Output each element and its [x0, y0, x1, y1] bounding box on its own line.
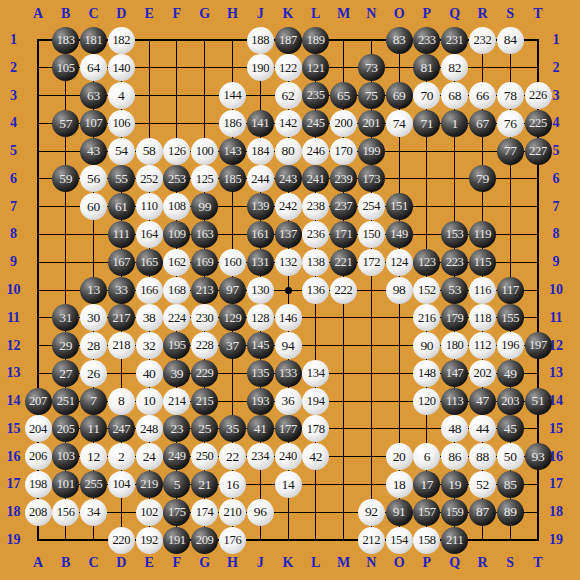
stone-E5: 58 [136, 138, 163, 165]
stone-K7: 242 [275, 193, 302, 220]
star-point [285, 287, 292, 294]
row-label-left: 19 [0, 531, 27, 549]
stone-C12: 28 [80, 332, 107, 359]
stone-E14: 10 [136, 388, 163, 415]
stone-P14: 120 [413, 388, 440, 415]
column-label-top: P [413, 5, 441, 23]
row-label-right: 13 [542, 364, 570, 382]
stone-T14: 51 [525, 388, 552, 415]
stone-F8: 109 [163, 221, 190, 248]
column-label-top: B [52, 5, 80, 23]
stone-D17: 104 [108, 471, 135, 498]
stone-P17: 17 [413, 471, 440, 498]
stone-Q8: 153 [441, 221, 468, 248]
stone-B6: 59 [52, 165, 79, 192]
stone-H11: 129 [219, 304, 246, 331]
stone-S10: 117 [497, 277, 524, 304]
row-label-left: 13 [0, 364, 27, 382]
stone-R1: 232 [469, 27, 496, 54]
stone-P16: 6 [413, 443, 440, 470]
column-label-bottom: O [385, 554, 413, 572]
stone-S13: 49 [497, 360, 524, 387]
stone-K3: 62 [275, 82, 302, 109]
row-label-right: 17 [542, 475, 570, 493]
stone-C6: 56 [80, 165, 107, 192]
column-label-bottom: N [357, 554, 385, 572]
row-label-right: 2 [542, 59, 570, 77]
stone-E13: 40 [136, 360, 163, 387]
stone-A17: 198 [25, 471, 52, 498]
row-label-right: 9 [542, 253, 570, 271]
stone-C16: 12 [80, 443, 107, 470]
stone-Q11: 179 [441, 304, 468, 331]
stone-R8: 119 [469, 221, 496, 248]
stone-N8: 150 [358, 221, 385, 248]
stone-Q4: 1 [441, 110, 468, 137]
stone-O4: 74 [386, 110, 413, 137]
stone-Q15: 48 [441, 415, 468, 442]
stone-E17: 219 [136, 471, 163, 498]
stone-G15: 25 [191, 415, 218, 442]
stone-T5: 227 [525, 138, 552, 165]
stone-H17: 16 [219, 471, 246, 498]
stone-N19: 212 [358, 527, 385, 554]
column-label-bottom: L [302, 554, 330, 572]
row-label-right: 6 [542, 170, 570, 188]
stone-P19: 158 [413, 527, 440, 554]
stone-C13: 26 [80, 360, 107, 387]
stone-K4: 142 [275, 110, 302, 137]
stone-J14: 193 [247, 388, 274, 415]
column-label-bottom: G [191, 554, 219, 572]
column-label-top: C [80, 5, 108, 23]
stone-G11: 230 [191, 304, 218, 331]
column-label-bottom: K [274, 554, 302, 572]
stone-D2: 140 [108, 54, 135, 81]
stone-D8: 111 [108, 221, 135, 248]
stone-N2: 73 [358, 54, 385, 81]
stone-S14: 203 [497, 388, 524, 415]
column-label-top: F [163, 5, 191, 23]
stone-L2: 121 [302, 54, 329, 81]
stone-K2: 122 [275, 54, 302, 81]
stone-L14: 194 [302, 388, 329, 415]
stone-K17: 14 [275, 471, 302, 498]
stone-K1: 187 [275, 27, 302, 54]
stone-A15: 204 [25, 415, 52, 442]
stone-F12: 195 [163, 332, 190, 359]
stone-F9: 162 [163, 249, 190, 276]
column-label-bottom: T [524, 554, 552, 572]
stone-Q13: 147 [441, 360, 468, 387]
row-label-left: 5 [0, 142, 27, 160]
row-label-left: 15 [0, 420, 27, 438]
stone-Q9: 223 [441, 249, 468, 276]
row-label-left: 12 [0, 337, 27, 355]
row-label-left: 3 [0, 87, 27, 105]
stone-R17: 52 [469, 471, 496, 498]
column-label-top: L [302, 5, 330, 23]
stone-M5: 170 [330, 138, 357, 165]
stone-G19: 209 [191, 527, 218, 554]
row-label-left: 14 [0, 392, 27, 410]
stone-A16: 206 [25, 443, 52, 470]
stone-D9: 167 [108, 249, 135, 276]
row-label-right: 1 [542, 31, 570, 49]
row-label-left: 17 [0, 475, 27, 493]
stone-J13: 135 [247, 360, 274, 387]
stone-R16: 88 [469, 443, 496, 470]
column-label-bottom: C [80, 554, 108, 572]
row-label-right: 8 [542, 225, 570, 243]
column-label-bottom: R [468, 554, 496, 572]
column-label-top: N [357, 5, 385, 23]
column-label-top: E [135, 5, 163, 23]
stone-E12: 32 [136, 332, 163, 359]
stone-F17: 5 [163, 471, 190, 498]
stone-K11: 146 [275, 304, 302, 331]
stone-M7: 237 [330, 193, 357, 220]
stone-S17: 85 [497, 471, 524, 498]
row-label-left: 6 [0, 170, 27, 188]
stone-Q19: 211 [441, 527, 468, 554]
stone-A18: 208 [25, 499, 52, 526]
stone-O18: 91 [386, 499, 413, 526]
stone-E7: 110 [136, 193, 163, 220]
stone-K5: 80 [275, 138, 302, 165]
stone-G5: 100 [191, 138, 218, 165]
stone-H6: 185 [219, 165, 246, 192]
stone-S5: 77 [497, 138, 524, 165]
stone-L6: 241 [302, 165, 329, 192]
stone-N4: 201 [358, 110, 385, 137]
stone-F16: 249 [163, 443, 190, 470]
stone-F11: 224 [163, 304, 190, 331]
stone-R6: 79 [469, 165, 496, 192]
column-label-bottom: J [246, 554, 274, 572]
stone-K16: 240 [275, 443, 302, 470]
stone-L3: 235 [302, 82, 329, 109]
stone-D15: 247 [108, 415, 135, 442]
stone-Q3: 68 [441, 82, 468, 109]
stone-C1: 181 [80, 27, 107, 54]
stone-T4: 225 [525, 110, 552, 137]
row-label-right: 18 [542, 503, 570, 521]
stone-M8: 171 [330, 221, 357, 248]
stone-P18: 157 [413, 499, 440, 526]
stone-P13: 148 [413, 360, 440, 387]
stone-C17: 255 [80, 471, 107, 498]
row-label-right: 10 [542, 281, 570, 299]
stone-J5: 184 [247, 138, 274, 165]
stone-M6: 239 [330, 165, 357, 192]
column-label-bottom: S [496, 554, 524, 572]
stone-Q12: 180 [441, 332, 468, 359]
stone-E8: 164 [136, 221, 163, 248]
stone-G13: 229 [191, 360, 218, 387]
stone-P3: 70 [413, 82, 440, 109]
stone-B2: 105 [52, 54, 79, 81]
stone-Q1: 231 [441, 27, 468, 54]
stone-C2: 64 [80, 54, 107, 81]
column-label-bottom: A [24, 554, 52, 572]
stone-D7: 61 [108, 193, 135, 220]
stone-Q17: 19 [441, 471, 468, 498]
stone-G9: 169 [191, 249, 218, 276]
stone-G12: 228 [191, 332, 218, 359]
column-label-top: R [468, 5, 496, 23]
stone-G8: 163 [191, 221, 218, 248]
column-label-top: Q [441, 5, 469, 23]
stone-Q18: 159 [441, 499, 468, 526]
stone-J11: 128 [247, 304, 274, 331]
stone-E15: 248 [136, 415, 163, 442]
stone-O10: 98 [386, 277, 413, 304]
stone-A14: 207 [25, 388, 52, 415]
stone-E18: 102 [136, 499, 163, 526]
stone-T16: 93 [525, 443, 552, 470]
row-label-left: 16 [0, 448, 27, 466]
stone-D3: 4 [108, 82, 135, 109]
column-label-top: T [524, 5, 552, 23]
stone-T3: 226 [525, 82, 552, 109]
stone-J4: 141 [247, 110, 274, 137]
stone-B15: 205 [52, 415, 79, 442]
stone-H19: 176 [219, 527, 246, 554]
stone-L16: 42 [302, 443, 329, 470]
stone-E19: 192 [136, 527, 163, 554]
stone-G14: 215 [191, 388, 218, 415]
stone-N9: 172 [358, 249, 385, 276]
stone-H4: 186 [219, 110, 246, 137]
stone-G6: 125 [191, 165, 218, 192]
stone-L9: 138 [302, 249, 329, 276]
row-label-right: 11 [542, 309, 570, 327]
stone-M9: 221 [330, 249, 357, 276]
column-label-bottom: F [163, 554, 191, 572]
stone-Q10: 53 [441, 277, 468, 304]
stone-B1: 183 [52, 27, 79, 54]
stone-D19: 220 [108, 527, 135, 554]
stone-H9: 160 [219, 249, 246, 276]
column-label-top: D [107, 5, 135, 23]
stone-B14: 251 [52, 388, 79, 415]
stone-J16: 234 [247, 443, 274, 470]
row-label-left: 10 [0, 281, 27, 299]
stone-P9: 123 [413, 249, 440, 276]
stone-E9: 165 [136, 249, 163, 276]
row-label-left: 9 [0, 253, 27, 271]
stone-F14: 214 [163, 388, 190, 415]
stone-F10: 168 [163, 277, 190, 304]
stone-N18: 92 [358, 499, 385, 526]
column-label-top: K [274, 5, 302, 23]
stone-P1: 233 [413, 27, 440, 54]
stone-O8: 149 [386, 221, 413, 248]
stone-K14: 36 [275, 388, 302, 415]
stone-G18: 174 [191, 499, 218, 526]
stone-N3: 75 [358, 82, 385, 109]
stone-L10: 136 [302, 277, 329, 304]
stone-C14: 7 [80, 388, 107, 415]
stone-E16: 24 [136, 443, 163, 470]
stone-D5: 54 [108, 138, 135, 165]
stone-C15: 11 [80, 415, 107, 442]
row-label-left: 1 [0, 31, 27, 49]
stone-S3: 78 [497, 82, 524, 109]
stone-E10: 166 [136, 277, 163, 304]
column-label-top: M [330, 5, 358, 23]
stone-J1: 188 [247, 27, 274, 54]
stone-S1: 84 [497, 27, 524, 54]
stone-L4: 245 [302, 110, 329, 137]
stone-L5: 246 [302, 138, 329, 165]
stone-O16: 20 [386, 443, 413, 470]
stone-L15: 178 [302, 415, 329, 442]
stone-D16: 2 [108, 443, 135, 470]
stone-R11: 118 [469, 304, 496, 331]
stone-J7: 139 [247, 193, 274, 220]
stone-R15: 44 [469, 415, 496, 442]
column-label-top: G [191, 5, 219, 23]
stone-C11: 30 [80, 304, 107, 331]
stone-H16: 22 [219, 443, 246, 470]
go-kifu-diagram: ABCDEFGHJKLMNOPQRST ABCDEFGHJKLMNOPQRST … [0, 0, 580, 580]
stone-H18: 210 [219, 499, 246, 526]
stone-R12: 112 [469, 332, 496, 359]
stone-D12: 218 [108, 332, 135, 359]
stone-P4: 71 [413, 110, 440, 137]
stone-B13: 27 [52, 360, 79, 387]
stone-N5: 199 [358, 138, 385, 165]
stone-J8: 161 [247, 221, 274, 248]
stone-Q14: 113 [441, 388, 468, 415]
stone-C3: 63 [80, 82, 107, 109]
stone-P2: 81 [413, 54, 440, 81]
column-label-bottom: M [330, 554, 358, 572]
stone-N7: 254 [358, 193, 385, 220]
column-label-top: O [385, 5, 413, 23]
stone-E11: 38 [136, 304, 163, 331]
stone-L1: 189 [302, 27, 329, 54]
stone-S16: 50 [497, 443, 524, 470]
stone-L13: 134 [302, 360, 329, 387]
stone-F19: 191 [163, 527, 190, 554]
row-label-right: 19 [542, 531, 570, 549]
stone-C10: 13 [80, 277, 107, 304]
stone-C5: 43 [80, 138, 107, 165]
stone-L7: 238 [302, 193, 329, 220]
stone-O7: 151 [386, 193, 413, 220]
stone-K13: 133 [275, 360, 302, 387]
row-label-left: 11 [0, 309, 27, 327]
stone-R10: 116 [469, 277, 496, 304]
stone-B17: 101 [52, 471, 79, 498]
stone-Q16: 86 [441, 443, 468, 470]
stone-T12: 197 [525, 332, 552, 359]
stone-E6: 252 [136, 165, 163, 192]
stone-D14: 8 [108, 388, 135, 415]
column-label-bottom: B [52, 554, 80, 572]
column-label-bottom: D [107, 554, 135, 572]
stone-F7: 108 [163, 193, 190, 220]
row-label-left: 7 [0, 198, 27, 216]
stone-H12: 37 [219, 332, 246, 359]
stone-J18: 96 [247, 499, 274, 526]
stone-B18: 156 [52, 499, 79, 526]
stone-H15: 35 [219, 415, 246, 442]
stone-G16: 250 [191, 443, 218, 470]
stone-P10: 152 [413, 277, 440, 304]
stone-N6: 173 [358, 165, 385, 192]
stone-L8: 236 [302, 221, 329, 248]
row-label-left: 4 [0, 114, 27, 132]
row-label-left: 18 [0, 503, 27, 521]
stone-B16: 103 [52, 443, 79, 470]
stone-P12: 90 [413, 332, 440, 359]
stone-O1: 83 [386, 27, 413, 54]
stone-F15: 23 [163, 415, 190, 442]
stone-M4: 200 [330, 110, 357, 137]
stone-C4: 107 [80, 110, 107, 137]
stone-O19: 154 [386, 527, 413, 554]
stone-R18: 87 [469, 499, 496, 526]
stone-J15: 41 [247, 415, 274, 442]
column-label-bottom: P [413, 554, 441, 572]
stone-H5: 143 [219, 138, 246, 165]
stone-F13: 39 [163, 360, 190, 387]
row-label-left: 8 [0, 225, 27, 243]
stone-K12: 94 [275, 332, 302, 359]
stone-D4: 106 [108, 110, 135, 137]
stone-K15: 177 [275, 415, 302, 442]
stone-F18: 175 [163, 499, 190, 526]
stone-J2: 190 [247, 54, 274, 81]
stone-G10: 213 [191, 277, 218, 304]
stone-S15: 45 [497, 415, 524, 442]
column-label-bottom: E [135, 554, 163, 572]
stone-R4: 67 [469, 110, 496, 137]
stone-D1: 182 [108, 27, 135, 54]
stone-J6: 244 [247, 165, 274, 192]
stone-H10: 97 [219, 277, 246, 304]
stone-J12: 145 [247, 332, 274, 359]
stone-M3: 65 [330, 82, 357, 109]
stone-O9: 124 [386, 249, 413, 276]
stone-D11: 217 [108, 304, 135, 331]
stone-B11: 31 [52, 304, 79, 331]
stone-Q2: 82 [441, 54, 468, 81]
stone-O17: 18 [386, 471, 413, 498]
stone-O3: 69 [386, 82, 413, 109]
stone-R13: 202 [469, 360, 496, 387]
stone-D6: 55 [108, 165, 135, 192]
stone-P11: 216 [413, 304, 440, 331]
stone-F5: 126 [163, 138, 190, 165]
stone-J9: 131 [247, 249, 274, 276]
stone-M10: 222 [330, 277, 357, 304]
stone-B12: 29 [52, 332, 79, 359]
stone-K6: 243 [275, 165, 302, 192]
column-label-bottom: H [218, 554, 246, 572]
stone-R14: 47 [469, 388, 496, 415]
column-label-top: S [496, 5, 524, 23]
stone-G7: 99 [191, 193, 218, 220]
stone-K8: 137 [275, 221, 302, 248]
stone-G17: 21 [191, 471, 218, 498]
stone-R3: 66 [469, 82, 496, 109]
stone-K9: 132 [275, 249, 302, 276]
